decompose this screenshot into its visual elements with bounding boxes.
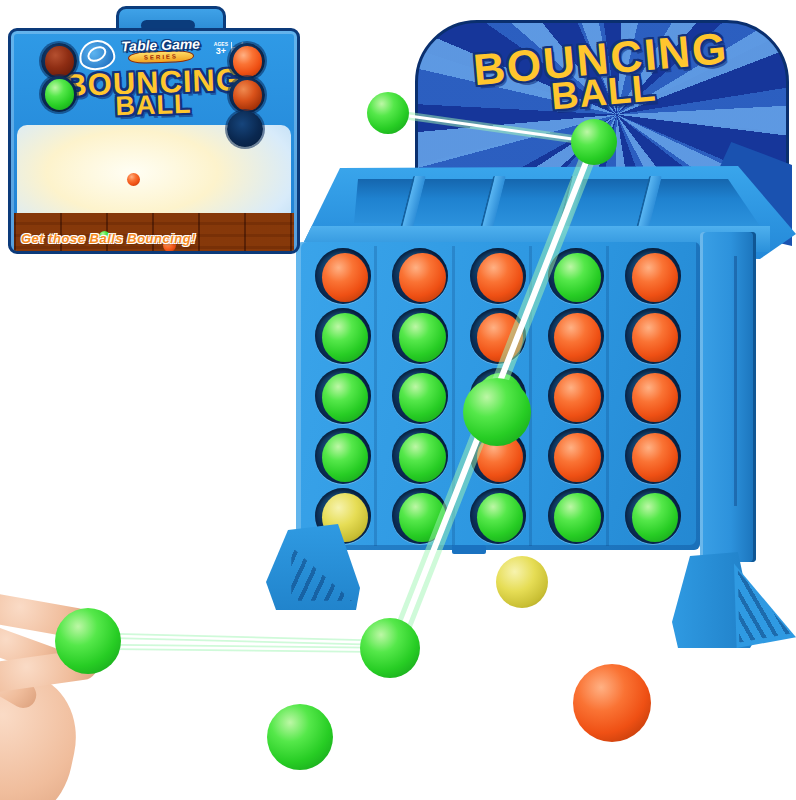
cell-r2c2[interactable] — [382, 306, 460, 366]
brand-swirl-icon — [85, 43, 109, 65]
base-slot — [452, 545, 486, 554]
ball-orange — [554, 373, 600, 422]
hole — [392, 368, 448, 424]
ball-green — [477, 493, 523, 542]
hole — [470, 428, 526, 484]
hole — [470, 488, 526, 544]
ball-green — [632, 493, 678, 542]
box-hole — [229, 43, 265, 79]
cell-r1c5[interactable] — [614, 246, 692, 306]
flying-ball-top-left[interactable] — [367, 92, 409, 134]
cell-r2c1[interactable] — [304, 306, 382, 366]
ball-orange — [233, 46, 263, 77]
hole — [392, 308, 448, 364]
loose-ball-yellow[interactable] — [496, 556, 548, 608]
hole — [392, 248, 448, 304]
ball-green — [554, 493, 600, 542]
product-box: ✦ BOUNCING BALL — [8, 4, 300, 254]
hole — [548, 308, 604, 364]
cell-r3c5[interactable] — [614, 366, 692, 426]
cell-r4c1[interactable] — [304, 426, 382, 486]
ball-darkred — [45, 46, 75, 77]
cell-r3c2[interactable] — [382, 366, 460, 426]
ball-orange — [554, 433, 600, 482]
cell-r4c5[interactable] — [614, 426, 692, 486]
loose-ball-orange[interactable] — [573, 664, 651, 742]
ball-orange — [632, 253, 678, 302]
cell-r4c4[interactable] — [537, 426, 615, 486]
eye — [68, 251, 71, 254]
hole — [548, 368, 604, 424]
loose-ball-green-mid[interactable] — [360, 618, 420, 678]
hole — [315, 248, 371, 304]
cell-r1c3[interactable] — [459, 246, 537, 306]
ball-orange — [632, 433, 678, 482]
ball-green — [399, 313, 445, 362]
eye — [58, 251, 61, 254]
loose-ball-green-left[interactable] — [267, 704, 333, 770]
cell-r4c3[interactable] — [459, 426, 537, 486]
cell-r3c4[interactable] — [537, 366, 615, 426]
right-pillar — [700, 232, 756, 562]
cell-r5c2[interactable] — [382, 486, 460, 546]
hole — [625, 368, 681, 424]
ball-green — [322, 433, 368, 482]
hole — [625, 488, 681, 544]
hole — [625, 308, 681, 364]
hole — [470, 368, 526, 424]
sign-title: BOUNCING BALL — [415, 21, 788, 127]
hand — [0, 576, 226, 800]
cell-r1c2[interactable] — [382, 246, 460, 306]
cell-r3c3[interactable] — [459, 366, 537, 426]
ball-orange — [399, 253, 445, 302]
hole — [392, 488, 448, 544]
board-grid — [304, 246, 692, 546]
box-hole — [41, 76, 77, 112]
ball-orange — [632, 373, 678, 422]
hole — [315, 308, 371, 364]
cell-r1c4[interactable] — [537, 246, 615, 306]
ball-orange — [477, 313, 523, 362]
product-photo: BOUNCING BALL — [0, 0, 796, 800]
hole — [470, 308, 526, 364]
cell-r5c4[interactable] — [537, 486, 615, 546]
cell-r2c4[interactable] — [537, 306, 615, 366]
ball-green — [399, 373, 445, 422]
cell-r4c2[interactable] — [382, 426, 460, 486]
cell-r5c3[interactable] — [459, 486, 537, 546]
ball-green — [45, 79, 75, 110]
ball-darkorange — [233, 80, 263, 111]
cell-r5c5[interactable] — [614, 486, 692, 546]
ball-orange — [477, 433, 523, 482]
hole — [625, 248, 681, 304]
ball-green — [399, 493, 445, 542]
box-hole — [41, 43, 77, 79]
ages-value: 3+ — [211, 47, 231, 56]
ball-green — [322, 313, 368, 362]
hole — [392, 428, 448, 484]
hole — [548, 428, 604, 484]
box-hole — [229, 77, 265, 113]
box-hole — [227, 111, 263, 147]
ball-orange — [554, 313, 600, 362]
hole — [315, 368, 371, 424]
girl-held-ball — [127, 173, 140, 186]
box-tagline: Get those Balls Bouncing! — [21, 231, 196, 246]
pillar-groove — [734, 256, 737, 506]
ball-orange — [632, 313, 678, 362]
ball-green — [554, 253, 600, 302]
box-front: ✦ BOUNCING BALL — [8, 28, 300, 254]
foot-ridges — [286, 540, 352, 604]
ball-orange — [322, 253, 368, 302]
cell-r1c1[interactable] — [304, 246, 382, 306]
hole — [470, 248, 526, 304]
right-foot — [672, 552, 796, 648]
cell-r2c3[interactable] — [459, 306, 537, 366]
hole — [625, 428, 681, 484]
hole — [315, 428, 371, 484]
cell-r3c1[interactable] — [304, 366, 382, 426]
ball-green — [399, 433, 445, 482]
game-board-panel — [296, 242, 700, 550]
ball-orange — [477, 253, 523, 302]
ages-badge: AGES 3+ — [211, 42, 231, 62]
hole — [548, 488, 604, 544]
ball-green — [477, 373, 523, 422]
cell-r2c5[interactable] — [614, 306, 692, 366]
hole — [548, 248, 604, 304]
ball-green — [322, 373, 368, 422]
